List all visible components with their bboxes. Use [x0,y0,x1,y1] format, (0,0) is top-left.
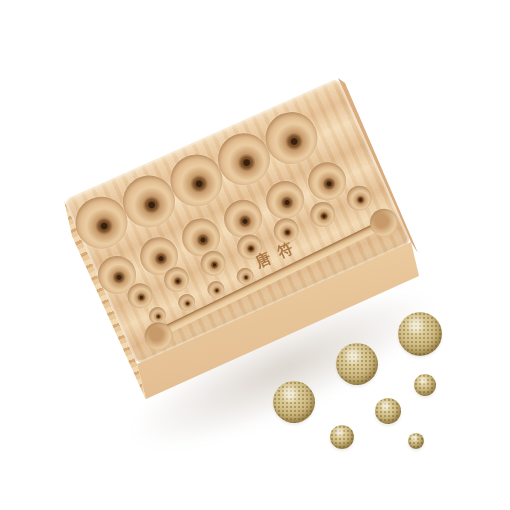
brass-ball [408,433,424,449]
brass-ball [398,312,442,356]
brass-balls-group [0,0,510,510]
product-photo: 唐符 [0,0,510,510]
brass-ball [414,374,436,396]
brass-ball [375,398,401,424]
brass-ball [330,425,354,449]
brass-ball [336,343,378,385]
brass-ball [273,381,315,423]
